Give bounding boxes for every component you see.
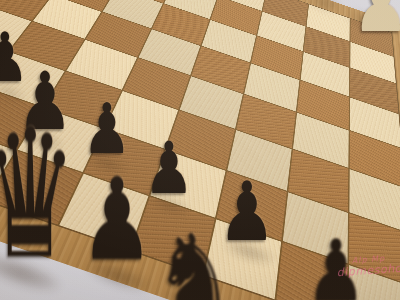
white-pawn-h8[interactable]: ♟ [352, 0, 400, 44]
black-queen-d1[interactable]: ♛ [0, 106, 76, 284]
black-knight-f1[interactable]: ♞ [154, 221, 235, 300]
black-pawn-h1[interactable]: ♟ [306, 228, 366, 300]
chessboard-photo: ♟♟♟♟♟♟♛♟♟♞ Alp Mp dipmesoho [0, 0, 400, 300]
black-pawn-e2[interactable]: ♟ [80, 163, 154, 277]
